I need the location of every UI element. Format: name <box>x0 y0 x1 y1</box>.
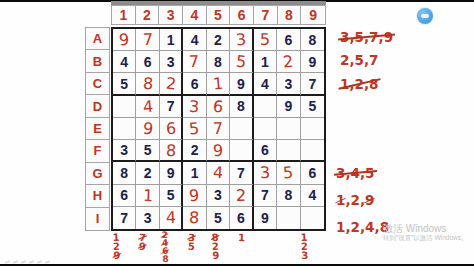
cell-F2: 5 <box>136 140 159 162</box>
column-label-3: 3 <box>159 6 183 24</box>
video-frame: { "game": "sudoku", "position": "9714235… <box>0 0 474 266</box>
cell-D3: 7 <box>160 96 183 118</box>
cell-E8 <box>277 118 300 140</box>
cell-B3: 3 <box>160 51 183 73</box>
column-header-strip: 123456789 <box>111 5 326 25</box>
column-label-4: 4 <box>183 6 207 24</box>
column-candidates-6: 1 <box>238 233 245 242</box>
cell-A3: 1 <box>160 29 183 51</box>
cell-I9 <box>301 207 324 229</box>
column-candidates-2: 79 <box>139 233 147 251</box>
column-label-1: 1 <box>112 6 136 24</box>
windows-activation-watermark: 激活 Windows 转到“设置”以激活 Windows。 <box>383 223 468 242</box>
cell-B6: 5 <box>230 51 253 73</box>
cell-H2: 1 <box>136 185 159 207</box>
cell-G8: 5 <box>277 162 300 184</box>
cell-E1 <box>113 118 136 140</box>
candidate-digit: 9 <box>384 29 393 45</box>
given-digit: 7 <box>120 210 128 226</box>
row-label-C: C <box>86 73 109 95</box>
given-digit: 3 <box>284 76 292 92</box>
given-digit: 8 <box>237 98 245 114</box>
candidate-digit: 3 <box>301 251 308 260</box>
candidate-note-4: 3,4,5 <box>336 165 375 181</box>
cell-A4: 4 <box>183 29 206 51</box>
cell-A5: 2 <box>207 29 230 51</box>
cell-F7: 6 <box>254 140 277 162</box>
cell-G9: 6 <box>301 162 324 184</box>
candidate-digit: 9 <box>212 251 219 260</box>
cell-C5: 1 <box>207 73 230 95</box>
cell-A2: 7 <box>136 29 159 51</box>
cell-D5: 6 <box>207 96 230 118</box>
handwritten-digit: 6 <box>212 96 224 116</box>
given-digit: 9 <box>167 165 175 181</box>
cell-C4: 6 <box>183 73 206 95</box>
row-label-strip: ABCDEFGHI <box>85 27 110 231</box>
column-candidates-7: 123 <box>301 233 309 260</box>
column-label-9: 9 <box>301 6 325 24</box>
candidate-digit-struck: 9 <box>113 251 120 260</box>
handwritten-digit: 3 <box>189 97 200 117</box>
handwritten-digit: 3 <box>235 30 247 50</box>
given-digit: 1 <box>167 32 175 48</box>
cell-B2: 6 <box>136 51 159 73</box>
given-digit: 8 <box>284 187 292 203</box>
cell-C2: 8 <box>136 73 159 95</box>
candidate-digit: 2 <box>355 76 364 92</box>
handwritten-digit: 5 <box>235 52 247 72</box>
candidate-digit: 5 <box>355 29 364 45</box>
cell-F8 <box>277 140 300 162</box>
cell-B7: 1 <box>254 51 277 73</box>
given-digit: 6 <box>284 32 292 48</box>
sudoku-board: 9714235684637851295826194374736895965735… <box>111 27 326 231</box>
handwritten-digit: 5 <box>260 30 271 49</box>
cell-A8: 6 <box>277 29 300 51</box>
candidate-digit: 5 <box>188 242 195 251</box>
cell-D8: 9 <box>277 96 300 118</box>
cell-E5: 7 <box>207 118 230 140</box>
handwritten-digit: 6 <box>165 119 176 139</box>
cell-B1: 4 <box>113 51 136 73</box>
cell-E7 <box>254 118 277 140</box>
column-candidates-4: 35 <box>188 233 196 251</box>
video-site-logo-icon <box>417 8 433 24</box>
candidate-digit: 2 <box>340 52 349 68</box>
given-digit: 8 <box>120 165 128 181</box>
given-digit: 8 <box>214 54 222 70</box>
cell-D9: 5 <box>301 96 324 118</box>
column-label-2: 2 <box>136 6 160 24</box>
cell-A7: 5 <box>254 29 277 51</box>
cell-G7: 3 <box>254 162 277 184</box>
cell-H4: 9 <box>183 185 206 207</box>
cell-I8 <box>277 207 300 229</box>
given-digit: 6 <box>261 142 269 158</box>
cell-B9: 9 <box>301 51 324 73</box>
cell-E4: 5 <box>183 118 206 140</box>
cell-I4: 8 <box>183 207 206 229</box>
given-digit: 1 <box>191 165 199 181</box>
faint-scribble-watermark <box>5 252 65 258</box>
given-digit: 4 <box>191 32 199 48</box>
cell-E2: 9 <box>136 118 159 140</box>
candidate-digit-struck: 1 <box>336 192 345 208</box>
given-digit: 8 <box>308 32 316 48</box>
given-digit: 5 <box>214 210 222 226</box>
given-digit: 9 <box>261 210 269 226</box>
candidate-digit: 3 <box>336 165 345 181</box>
cell-D7 <box>254 96 277 118</box>
given-digit: 5 <box>120 76 128 92</box>
cell-E9 <box>301 118 324 140</box>
given-digit: 7 <box>308 76 316 92</box>
candidate-digit: 7 <box>369 29 378 45</box>
handwritten-digit: 9 <box>212 140 223 160</box>
candidate-digit: 8 <box>162 255 169 263</box>
candidate-note-1: 3,5,7,9 <box>340 29 393 45</box>
cell-G3: 9 <box>160 162 183 184</box>
cell-G2: 2 <box>136 162 159 184</box>
cell-H7: 7 <box>254 185 277 207</box>
candidate-digit: 2 <box>351 219 360 235</box>
cell-C3: 2 <box>160 73 183 95</box>
column-candidates-1: 129 <box>113 233 121 260</box>
candidate-digit: 2 <box>351 192 360 208</box>
candidate-digit: 8 <box>369 76 378 92</box>
row-label-I: I <box>86 208 109 230</box>
cell-B8: 2 <box>277 51 300 73</box>
column-candidates-3: 2468 <box>161 231 168 263</box>
given-digit: 7 <box>261 187 269 203</box>
handwritten-digit: 7 <box>142 30 153 49</box>
cell-C7: 4 <box>254 73 277 95</box>
handwritten-digit: 9 <box>118 30 130 50</box>
cell-G6: 7 <box>230 162 253 184</box>
cell-I7: 9 <box>254 207 277 229</box>
cell-C9: 7 <box>301 73 324 95</box>
handwritten-digit: 3 <box>259 163 270 183</box>
cell-I2: 3 <box>136 207 159 229</box>
cell-B5: 8 <box>207 51 230 73</box>
candidate-digit: 5 <box>355 52 364 68</box>
handwritten-digit: 8 <box>165 140 176 160</box>
given-digit: 9 <box>308 54 316 70</box>
cell-D4: 3 <box>183 96 206 118</box>
candidate-digit: 1 <box>340 76 349 92</box>
given-digit: 1 <box>261 54 269 70</box>
cell-G5: 4 <box>207 162 230 184</box>
candidate-digit: 4 <box>365 219 374 235</box>
cell-B4: 7 <box>183 51 206 73</box>
handwritten-digit: 5 <box>282 163 294 183</box>
given-digit: 3 <box>120 142 128 158</box>
given-digit: 9 <box>237 76 245 92</box>
given-digit: 6 <box>308 165 316 181</box>
given-digit: 4 <box>308 187 316 203</box>
given-digit: 3 <box>214 187 222 203</box>
cell-H9: 4 <box>301 185 324 207</box>
given-digit: 5 <box>308 98 316 114</box>
handwritten-digit: 8 <box>142 74 153 94</box>
cell-H3: 5 <box>160 185 183 207</box>
given-digit: 9 <box>284 98 292 114</box>
handwritten-digit: 1 <box>142 185 153 205</box>
cell-F4: 2 <box>183 140 206 162</box>
cell-H5: 3 <box>207 185 230 207</box>
cell-C8: 3 <box>277 73 300 95</box>
handwritten-digit: 2 <box>165 74 177 94</box>
cell-D1 <box>113 96 136 118</box>
watermark-line2: 转到“设置”以激活 Windows。 <box>383 234 468 242</box>
cell-A1: 9 <box>113 29 136 51</box>
handwritten-digit: 9 <box>189 185 200 205</box>
cell-D6: 8 <box>230 96 253 118</box>
candidate-note-2: 2,5,7 <box>340 52 379 68</box>
given-digit: 4 <box>261 76 269 92</box>
cell-C6: 9 <box>230 73 253 95</box>
handwritten-digit: 1 <box>212 74 224 94</box>
column-label-6: 6 <box>230 6 254 24</box>
handwritten-digit: 2 <box>236 186 247 205</box>
given-digit: 6 <box>237 210 245 226</box>
candidate-digit-struck: 9 <box>365 192 374 208</box>
candidate-digit: 5 <box>365 165 374 181</box>
cell-H1: 6 <box>113 185 136 207</box>
cell-H8: 8 <box>277 185 300 207</box>
given-digit: 2 <box>214 32 222 48</box>
cell-E6 <box>230 118 253 140</box>
row-label-G: G <box>86 163 109 185</box>
row-label-F: F <box>86 140 109 162</box>
given-digit: 3 <box>167 54 175 70</box>
given-digit: 4 <box>120 54 128 70</box>
cell-F5: 9 <box>207 140 230 162</box>
given-digit: 6 <box>120 187 128 203</box>
candidate-digit: 4 <box>351 165 360 181</box>
cell-F9 <box>301 140 324 162</box>
given-digit: 5 <box>167 187 175 203</box>
cell-H6: 2 <box>230 185 253 207</box>
cell-G4: 1 <box>183 162 206 184</box>
cell-F3: 8 <box>160 140 183 162</box>
candidate-note-6: 1,2,4,8 <box>336 219 389 235</box>
given-digit: 7 <box>167 98 175 114</box>
candidate-note-5: 1,2,9 <box>336 192 375 208</box>
cell-I1: 7 <box>113 207 136 229</box>
column-label-8: 8 <box>278 6 302 24</box>
cell-D2: 4 <box>136 96 159 118</box>
row-label-D: D <box>86 95 109 117</box>
cell-F1: 3 <box>113 140 136 162</box>
column-label-7: 7 <box>254 6 278 24</box>
cell-I3: 4 <box>160 207 183 229</box>
cell-G1: 8 <box>113 162 136 184</box>
watermark-line1: 激活 Windows <box>383 223 468 234</box>
cell-C1: 5 <box>113 73 136 95</box>
handwritten-digit: 5 <box>189 119 201 139</box>
candidate-digit: 7 <box>369 52 378 68</box>
row-label-B: B <box>86 50 109 72</box>
candidate-digit: 1 <box>238 233 245 242</box>
handwritten-digit: 4 <box>165 208 176 227</box>
handwritten-digit: 8 <box>189 208 200 228</box>
cell-A9: 8 <box>301 29 324 51</box>
cell-F6 <box>230 140 253 162</box>
candidate-digit: 3 <box>340 29 349 45</box>
handwritten-digit: 7 <box>189 52 200 71</box>
column-label-5: 5 <box>207 6 231 24</box>
handwritten-digit: 2 <box>282 52 294 72</box>
handwritten-digit: 4 <box>142 96 154 116</box>
given-digit: 2 <box>191 142 199 158</box>
row-label-H: H <box>86 185 109 207</box>
given-digit: 7 <box>237 165 245 181</box>
cell-I6: 6 <box>230 207 253 229</box>
given-digit: 6 <box>144 54 152 70</box>
cell-A6: 3 <box>230 29 253 51</box>
row-label-A: A <box>86 28 109 50</box>
given-digit: 5 <box>144 142 152 158</box>
candidate-note-3: 1,2,8 <box>340 76 379 92</box>
candidate-digit-struck: 9 <box>139 242 146 251</box>
handwritten-digit: 9 <box>142 119 154 139</box>
handwritten-digit: 7 <box>213 119 224 138</box>
handwritten-digit: 4 <box>212 163 223 183</box>
cell-I5: 5 <box>207 207 230 229</box>
given-digit: 2 <box>144 165 152 181</box>
given-digit: 6 <box>191 76 199 92</box>
candidate-digit: 1 <box>336 219 345 235</box>
column-candidates-5: 829 <box>212 233 220 260</box>
cell-E3: 6 <box>160 118 183 140</box>
row-label-E: E <box>86 118 109 140</box>
given-digit: 3 <box>144 210 152 226</box>
